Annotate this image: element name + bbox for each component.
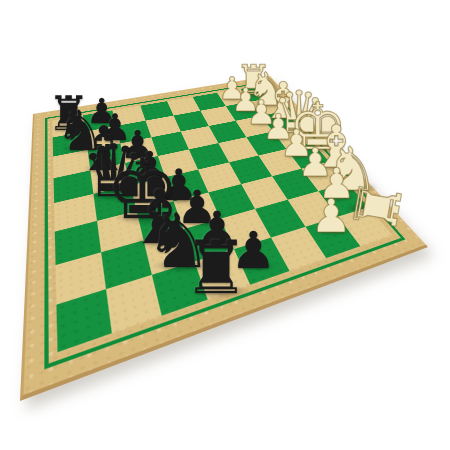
chess-board — [20, 76, 428, 401]
board-shadow-wrapper — [0, 0, 450, 450]
checkerboard-grid — [52, 85, 392, 352]
chess-set-product-photo: ♜♟♞♟♝♟♟♜♛♟♟♚♞♟♟♝♝♟♟♞♛♟♟♜♚♟♟♝♟♞♟♜ — [0, 0, 450, 450]
